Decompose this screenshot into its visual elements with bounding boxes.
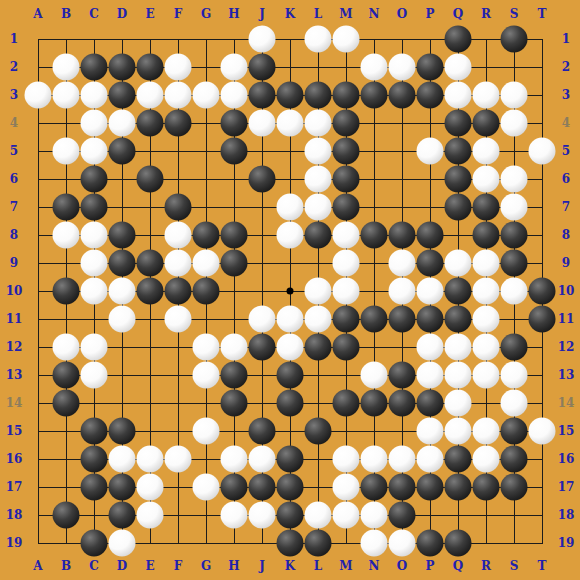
white-stone[interactable] — [81, 250, 108, 277]
black-stone[interactable] — [221, 474, 248, 501]
white-stone[interactable] — [137, 474, 164, 501]
row-label-right: 9 — [562, 257, 570, 269]
white-stone[interactable] — [81, 138, 108, 165]
white-stone[interactable] — [333, 222, 360, 249]
column-label-bottom: K — [285, 560, 295, 572]
white-stone[interactable] — [501, 166, 528, 193]
column-label-top: E — [145, 8, 154, 20]
white-stone[interactable] — [445, 334, 472, 361]
column-label-top: G — [201, 8, 211, 20]
white-stone[interactable] — [249, 110, 276, 137]
black-stone[interactable] — [193, 278, 220, 305]
row-label-right: 8 — [562, 229, 570, 241]
row-label-left: 9 — [10, 257, 18, 269]
row-label-right: 15 — [558, 425, 575, 437]
black-stone[interactable] — [389, 222, 416, 249]
black-stone[interactable] — [417, 530, 444, 557]
white-stone[interactable] — [305, 138, 332, 165]
black-stone[interactable] — [277, 474, 304, 501]
column-label-top: A — [33, 8, 42, 20]
row-label-right: 17 — [558, 481, 575, 493]
black-stone[interactable] — [389, 502, 416, 529]
black-stone[interactable] — [501, 418, 528, 445]
black-stone[interactable] — [109, 54, 136, 81]
white-stone[interactable] — [221, 446, 248, 473]
white-stone[interactable] — [445, 418, 472, 445]
white-stone[interactable] — [333, 250, 360, 277]
black-stone[interactable] — [277, 390, 304, 417]
black-stone[interactable] — [389, 82, 416, 109]
row-label-right: 19 — [558, 537, 575, 549]
white-stone[interactable] — [109, 306, 136, 333]
white-stone[interactable] — [193, 418, 220, 445]
row-label-left: 2 — [10, 61, 18, 73]
black-stone[interactable] — [109, 250, 136, 277]
black-stone[interactable] — [445, 530, 472, 557]
white-stone[interactable] — [53, 54, 80, 81]
row-label-right: 5 — [562, 145, 570, 157]
column-label-top: S — [510, 8, 519, 20]
column-label-bottom: J — [259, 560, 265, 572]
white-stone[interactable] — [333, 474, 360, 501]
black-stone[interactable] — [53, 278, 80, 305]
row-label-left: 16 — [6, 453, 23, 465]
black-stone[interactable] — [81, 418, 108, 445]
black-stone[interactable] — [333, 390, 360, 417]
black-stone[interactable] — [249, 82, 276, 109]
white-stone[interactable] — [165, 82, 192, 109]
black-stone[interactable] — [81, 166, 108, 193]
column-label-bottom: P — [425, 560, 434, 572]
column-label-top: N — [369, 8, 380, 20]
black-stone[interactable] — [333, 194, 360, 221]
black-stone[interactable] — [417, 390, 444, 417]
white-stone[interactable] — [277, 110, 304, 137]
column-label-bottom: G — [201, 560, 211, 572]
black-stone[interactable] — [417, 306, 444, 333]
column-label-bottom: M — [339, 560, 352, 572]
white-stone[interactable] — [81, 110, 108, 137]
black-stone[interactable] — [501, 250, 528, 277]
row-label-right: 10 — [558, 285, 575, 297]
white-stone[interactable] — [473, 418, 500, 445]
white-stone[interactable] — [53, 138, 80, 165]
white-stone[interactable] — [417, 362, 444, 389]
black-stone[interactable] — [473, 474, 500, 501]
white-stone[interactable] — [221, 334, 248, 361]
white-stone[interactable] — [417, 138, 444, 165]
white-stone[interactable] — [333, 446, 360, 473]
black-stone[interactable] — [445, 138, 472, 165]
black-stone[interactable] — [249, 166, 276, 193]
row-label-right: 18 — [558, 509, 575, 521]
white-stone[interactable] — [137, 502, 164, 529]
white-stone[interactable] — [361, 502, 388, 529]
column-label-top: B — [61, 8, 71, 20]
black-stone[interactable] — [305, 418, 332, 445]
column-label-bottom: A — [33, 560, 42, 572]
white-stone[interactable] — [417, 334, 444, 361]
black-stone[interactable] — [445, 306, 472, 333]
column-label-bottom: C — [89, 560, 99, 572]
white-stone[interactable] — [417, 446, 444, 473]
black-stone[interactable] — [305, 82, 332, 109]
black-stone[interactable] — [109, 474, 136, 501]
black-stone[interactable] — [445, 166, 472, 193]
white-stone[interactable] — [109, 446, 136, 473]
column-label-bottom: Q — [453, 560, 463, 572]
black-stone[interactable] — [221, 250, 248, 277]
white-stone[interactable] — [473, 446, 500, 473]
black-stone[interactable] — [305, 222, 332, 249]
white-stone[interactable] — [249, 26, 276, 53]
white-stone[interactable] — [501, 194, 528, 221]
white-stone[interactable] — [473, 82, 500, 109]
black-stone[interactable] — [361, 222, 388, 249]
white-stone[interactable] — [501, 390, 528, 417]
black-stone[interactable] — [249, 418, 276, 445]
row-label-right: 4 — [562, 117, 570, 129]
column-label-top: F — [174, 8, 183, 20]
column-label-top: O — [397, 8, 407, 20]
row-label-right: 3 — [562, 89, 570, 101]
white-stone[interactable] — [473, 138, 500, 165]
white-stone[interactable] — [389, 278, 416, 305]
black-stone[interactable] — [277, 530, 304, 557]
white-stone[interactable] — [53, 334, 80, 361]
column-label-bottom: H — [228, 560, 239, 572]
white-stone[interactable] — [221, 82, 248, 109]
row-label-left: 5 — [10, 145, 18, 157]
black-stone[interactable] — [165, 110, 192, 137]
star-point — [287, 288, 294, 295]
black-stone[interactable] — [81, 474, 108, 501]
white-stone[interactable] — [221, 54, 248, 81]
column-label-bottom: S — [510, 560, 519, 572]
white-stone[interactable] — [473, 362, 500, 389]
black-stone[interactable] — [389, 306, 416, 333]
row-label-left: 10 — [6, 285, 23, 297]
row-label-right: 13 — [558, 369, 575, 381]
black-stone[interactable] — [221, 390, 248, 417]
white-stone[interactable] — [305, 110, 332, 137]
white-stone[interactable] — [473, 334, 500, 361]
column-label-bottom: B — [61, 560, 71, 572]
column-label-top: R — [481, 8, 491, 20]
white-stone[interactable] — [473, 250, 500, 277]
black-stone[interactable] — [417, 250, 444, 277]
black-stone[interactable] — [53, 390, 80, 417]
black-stone[interactable] — [473, 194, 500, 221]
white-stone[interactable] — [165, 250, 192, 277]
white-stone[interactable] — [249, 306, 276, 333]
black-stone[interactable] — [529, 306, 556, 333]
black-stone[interactable] — [529, 278, 556, 305]
column-label-top: K — [285, 8, 295, 20]
black-stone[interactable] — [445, 474, 472, 501]
white-stone[interactable] — [333, 26, 360, 53]
white-stone[interactable] — [165, 446, 192, 473]
column-label-top: J — [259, 8, 265, 20]
white-stone[interactable] — [277, 222, 304, 249]
black-stone[interactable] — [53, 362, 80, 389]
row-label-left: 15 — [6, 425, 23, 437]
white-stone[interactable] — [305, 306, 332, 333]
black-stone[interactable] — [109, 138, 136, 165]
black-stone[interactable] — [53, 502, 80, 529]
row-label-right: 6 — [562, 173, 570, 185]
column-label-bottom: E — [145, 560, 154, 572]
white-stone[interactable] — [529, 418, 556, 445]
white-stone[interactable] — [417, 278, 444, 305]
row-label-left: 1 — [10, 33, 18, 45]
white-stone[interactable] — [305, 194, 332, 221]
black-stone[interactable] — [333, 110, 360, 137]
white-stone[interactable] — [277, 306, 304, 333]
column-label-bottom: R — [481, 560, 491, 572]
white-stone[interactable] — [53, 82, 80, 109]
column-label-top: M — [339, 8, 352, 20]
row-label-left: 12 — [6, 341, 23, 353]
white-stone[interactable] — [81, 362, 108, 389]
column-label-bottom: N — [369, 560, 380, 572]
white-stone[interactable] — [277, 334, 304, 361]
black-stone[interactable] — [137, 110, 164, 137]
white-stone[interactable] — [445, 250, 472, 277]
white-stone[interactable] — [361, 446, 388, 473]
black-stone[interactable] — [137, 250, 164, 277]
white-stone[interactable] — [193, 82, 220, 109]
black-stone[interactable] — [473, 222, 500, 249]
row-label-right: 12 — [558, 341, 575, 353]
white-stone[interactable] — [193, 362, 220, 389]
black-stone[interactable] — [445, 194, 472, 221]
white-stone[interactable] — [389, 54, 416, 81]
white-stone[interactable] — [165, 306, 192, 333]
white-stone[interactable] — [109, 278, 136, 305]
row-label-left: 13 — [6, 369, 23, 381]
black-stone[interactable] — [109, 418, 136, 445]
white-stone[interactable] — [81, 222, 108, 249]
black-stone[interactable] — [389, 474, 416, 501]
black-stone[interactable] — [165, 194, 192, 221]
white-stone[interactable] — [193, 334, 220, 361]
white-stone[interactable] — [473, 278, 500, 305]
white-stone[interactable] — [137, 446, 164, 473]
black-stone[interactable] — [221, 362, 248, 389]
black-stone[interactable] — [501, 474, 528, 501]
black-stone[interactable] — [277, 502, 304, 529]
black-stone[interactable] — [137, 166, 164, 193]
black-stone[interactable] — [445, 278, 472, 305]
row-label-right: 14 — [558, 397, 575, 409]
column-label-top: T — [538, 8, 547, 20]
black-stone[interactable] — [501, 446, 528, 473]
white-stone[interactable] — [81, 334, 108, 361]
black-stone[interactable] — [165, 278, 192, 305]
black-stone[interactable] — [417, 82, 444, 109]
white-stone[interactable] — [305, 26, 332, 53]
white-stone[interactable] — [81, 82, 108, 109]
white-stone[interactable] — [445, 54, 472, 81]
white-stone[interactable] — [529, 138, 556, 165]
column-label-top: Q — [453, 8, 463, 20]
row-label-left: 8 — [10, 229, 18, 241]
go-board: AABBCCDDEEFFGGHHJJKKLLMMNNOOPPQQRRSSTT11… — [0, 0, 580, 580]
white-stone[interactable] — [361, 362, 388, 389]
white-stone[interactable] — [81, 278, 108, 305]
row-label-left: 17 — [6, 481, 23, 493]
row-label-right: 7 — [562, 201, 570, 213]
black-stone[interactable] — [53, 194, 80, 221]
row-label-right: 11 — [558, 313, 575, 325]
column-label-bottom: T — [538, 560, 547, 572]
black-stone[interactable] — [277, 446, 304, 473]
white-stone[interactable] — [277, 194, 304, 221]
white-stone[interactable] — [389, 250, 416, 277]
white-stone[interactable] — [53, 222, 80, 249]
black-stone[interactable] — [221, 110, 248, 137]
black-stone[interactable] — [361, 474, 388, 501]
black-stone[interactable] — [81, 54, 108, 81]
white-stone[interactable] — [333, 502, 360, 529]
row-label-left: 7 — [10, 201, 18, 213]
column-label-top: H — [228, 8, 239, 20]
white-stone[interactable] — [333, 278, 360, 305]
black-stone[interactable] — [305, 530, 332, 557]
white-stone[interactable] — [221, 502, 248, 529]
white-stone[interactable] — [445, 390, 472, 417]
black-stone[interactable] — [333, 306, 360, 333]
white-stone[interactable] — [165, 222, 192, 249]
black-stone[interactable] — [81, 530, 108, 557]
black-stone[interactable] — [333, 138, 360, 165]
row-label-left: 18 — [6, 509, 23, 521]
white-stone[interactable] — [193, 250, 220, 277]
black-stone[interactable] — [221, 222, 248, 249]
black-stone[interactable] — [137, 278, 164, 305]
black-stone[interactable] — [389, 390, 416, 417]
black-stone[interactable] — [333, 82, 360, 109]
white-stone[interactable] — [305, 166, 332, 193]
black-stone[interactable] — [109, 222, 136, 249]
column-label-top: P — [425, 8, 434, 20]
column-label-top: L — [314, 8, 322, 20]
white-stone[interactable] — [305, 278, 332, 305]
column-label-top: C — [89, 8, 99, 20]
black-stone[interactable] — [137, 54, 164, 81]
black-stone[interactable] — [249, 334, 276, 361]
black-stone[interactable] — [249, 474, 276, 501]
black-stone[interactable] — [361, 306, 388, 333]
row-label-right: 16 — [558, 453, 575, 465]
black-stone[interactable] — [445, 26, 472, 53]
white-stone[interactable] — [501, 110, 528, 137]
black-stone[interactable] — [221, 138, 248, 165]
black-stone[interactable] — [109, 82, 136, 109]
white-stone[interactable] — [417, 418, 444, 445]
black-stone[interactable] — [417, 222, 444, 249]
black-stone[interactable] — [501, 26, 528, 53]
white-stone[interactable] — [445, 82, 472, 109]
white-stone[interactable] — [361, 530, 388, 557]
black-stone[interactable] — [445, 446, 472, 473]
white-stone[interactable] — [249, 502, 276, 529]
row-label-right: 2 — [562, 61, 570, 73]
black-stone[interactable] — [361, 390, 388, 417]
white-stone[interactable] — [501, 82, 528, 109]
black-stone[interactable] — [445, 110, 472, 137]
black-stone[interactable] — [277, 362, 304, 389]
row-label-left: 14 — [6, 397, 23, 409]
black-stone[interactable] — [417, 474, 444, 501]
white-stone[interactable] — [193, 474, 220, 501]
black-stone[interactable] — [333, 166, 360, 193]
black-stone[interactable] — [361, 82, 388, 109]
black-stone[interactable] — [193, 222, 220, 249]
black-stone[interactable] — [501, 222, 528, 249]
row-label-left: 3 — [10, 89, 18, 101]
row-label-left: 11 — [6, 313, 23, 325]
white-stone[interactable] — [389, 446, 416, 473]
white-stone[interactable] — [473, 306, 500, 333]
white-stone[interactable] — [137, 82, 164, 109]
column-label-bottom: O — [397, 560, 407, 572]
black-stone[interactable] — [249, 54, 276, 81]
column-label-bottom: L — [314, 560, 322, 572]
row-label-left: 4 — [10, 117, 18, 129]
black-stone[interactable] — [81, 446, 108, 473]
white-stone[interactable] — [361, 54, 388, 81]
white-stone[interactable] — [501, 278, 528, 305]
white-stone[interactable] — [109, 110, 136, 137]
white-stone[interactable] — [249, 446, 276, 473]
black-stone[interactable] — [333, 334, 360, 361]
row-label-right: 1 — [562, 33, 570, 45]
row-label-left: 6 — [10, 173, 18, 185]
column-label-bottom: F — [174, 560, 183, 572]
column-label-bottom: D — [117, 560, 127, 572]
white-stone[interactable] — [389, 530, 416, 557]
white-stone[interactable] — [165, 54, 192, 81]
white-stone[interactable] — [305, 502, 332, 529]
column-label-top: D — [117, 8, 127, 20]
white-stone[interactable] — [25, 82, 52, 109]
black-stone[interactable] — [473, 110, 500, 137]
white-stone[interactable] — [109, 530, 136, 557]
black-stone[interactable] — [109, 502, 136, 529]
black-stone[interactable] — [277, 82, 304, 109]
black-stone[interactable] — [389, 362, 416, 389]
black-stone[interactable] — [417, 54, 444, 81]
white-stone[interactable] — [501, 362, 528, 389]
white-stone[interactable] — [473, 166, 500, 193]
black-stone[interactable] — [81, 194, 108, 221]
white-stone[interactable] — [445, 362, 472, 389]
black-stone[interactable] — [501, 334, 528, 361]
black-stone[interactable] — [305, 334, 332, 361]
row-label-left: 19 — [6, 537, 23, 549]
